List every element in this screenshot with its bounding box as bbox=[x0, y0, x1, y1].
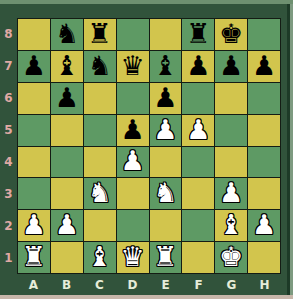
square-e8[interactable] bbox=[150, 19, 182, 50]
square-h5[interactable] bbox=[248, 115, 280, 146]
square-a1[interactable]: ♜ bbox=[18, 242, 50, 273]
square-f1[interactable] bbox=[182, 242, 214, 273]
rank-label-7: 7 bbox=[0, 50, 17, 82]
square-b3[interactable] bbox=[51, 178, 83, 209]
black-pawn-icon: ♟ bbox=[55, 84, 79, 111]
white-pawn-icon: ♟ bbox=[252, 211, 276, 238]
rank-label-6: 6 bbox=[0, 82, 17, 114]
square-a4[interactable] bbox=[18, 147, 50, 178]
white-knight-icon: ♞ bbox=[153, 179, 177, 206]
square-g7[interactable]: ♟ bbox=[215, 51, 247, 82]
frame-top-bevel bbox=[0, 0, 293, 4]
square-h2[interactable]: ♟ bbox=[248, 210, 280, 241]
black-bishop-icon: ♝ bbox=[55, 52, 79, 79]
square-b2[interactable]: ♟ bbox=[51, 210, 83, 241]
file-labels: ABCDEFGH bbox=[17, 274, 281, 295]
white-pawn-icon: ♟ bbox=[120, 147, 144, 174]
square-c2[interactable] bbox=[84, 210, 116, 241]
square-h7[interactable]: ♟ bbox=[248, 51, 280, 82]
white-bishop-icon: ♝ bbox=[219, 211, 243, 238]
square-c7[interactable]: ♞ bbox=[84, 51, 116, 82]
square-h3[interactable] bbox=[248, 178, 280, 209]
square-c8[interactable]: ♜ bbox=[84, 19, 116, 50]
square-a8[interactable] bbox=[18, 19, 50, 50]
white-pawn-icon: ♟ bbox=[219, 179, 243, 206]
white-rook-icon: ♜ bbox=[153, 243, 177, 270]
square-e2[interactable] bbox=[150, 210, 182, 241]
square-a5[interactable] bbox=[18, 115, 50, 146]
square-f3[interactable] bbox=[182, 178, 214, 209]
white-pawn-icon: ♟ bbox=[153, 116, 177, 143]
square-b4[interactable] bbox=[51, 147, 83, 178]
square-f5[interactable]: ♟ bbox=[182, 115, 214, 146]
file-label-f: F bbox=[182, 274, 215, 295]
black-knight-icon: ♞ bbox=[55, 20, 79, 47]
square-h6[interactable] bbox=[248, 83, 280, 114]
square-f4[interactable] bbox=[182, 147, 214, 178]
square-e7[interactable]: ♝ bbox=[150, 51, 182, 82]
black-queen-icon: ♛ bbox=[120, 52, 144, 79]
square-e3[interactable]: ♞ bbox=[150, 178, 182, 209]
white-rook-icon: ♜ bbox=[22, 243, 46, 270]
square-a6[interactable] bbox=[18, 83, 50, 114]
black-pawn-icon: ♟ bbox=[252, 52, 276, 79]
chess-board-frame: 87654321 ♞♜♜♚♟♝♞♛♝♟♟♟♟♟♟♟♟♟♞♞♟♟♟♝♟♜♝♛♜♚ … bbox=[0, 0, 293, 299]
frame-right-bevel-highlight bbox=[290, 4, 293, 299]
square-h1[interactable] bbox=[248, 242, 280, 273]
square-g4[interactable] bbox=[215, 147, 247, 178]
black-rook-icon: ♜ bbox=[88, 20, 112, 47]
rank-labels: 87654321 bbox=[0, 18, 17, 274]
square-f8[interactable]: ♜ bbox=[182, 19, 214, 50]
board: ♞♜♜♚♟♝♞♛♝♟♟♟♟♟♟♟♟♟♞♞♟♟♟♝♟♜♝♛♜♚ bbox=[17, 18, 281, 274]
file-label-h: H bbox=[248, 274, 281, 295]
black-pawn-icon: ♟ bbox=[186, 52, 210, 79]
rank-label-4: 4 bbox=[0, 146, 17, 178]
square-g8[interactable]: ♚ bbox=[215, 19, 247, 50]
square-a7[interactable]: ♟ bbox=[18, 51, 50, 82]
square-g1[interactable]: ♚ bbox=[215, 242, 247, 273]
frame-bottom-bevel bbox=[0, 295, 293, 299]
black-pawn-icon: ♟ bbox=[22, 52, 46, 79]
black-pawn-icon: ♟ bbox=[219, 52, 243, 79]
rank-label-2: 2 bbox=[0, 210, 17, 242]
white-pawn-icon: ♟ bbox=[55, 211, 79, 238]
square-g6[interactable] bbox=[215, 83, 247, 114]
square-b5[interactable] bbox=[51, 115, 83, 146]
white-bishop-icon: ♝ bbox=[88, 243, 112, 270]
square-b8[interactable]: ♞ bbox=[51, 19, 83, 50]
black-knight-icon: ♞ bbox=[88, 52, 112, 79]
black-rook-icon: ♜ bbox=[186, 20, 210, 47]
square-c1[interactable]: ♝ bbox=[84, 242, 116, 273]
file-label-d: D bbox=[116, 274, 149, 295]
square-f7[interactable]: ♟ bbox=[182, 51, 214, 82]
square-d8[interactable] bbox=[117, 19, 149, 50]
square-c4[interactable] bbox=[84, 147, 116, 178]
white-king-icon: ♚ bbox=[219, 243, 243, 270]
square-b6[interactable]: ♟ bbox=[51, 83, 83, 114]
square-d7[interactable]: ♛ bbox=[117, 51, 149, 82]
white-pawn-icon: ♟ bbox=[186, 116, 210, 143]
file-label-b: B bbox=[50, 274, 83, 295]
black-bishop-icon: ♝ bbox=[153, 52, 177, 79]
square-g3[interactable]: ♟ bbox=[215, 178, 247, 209]
square-h4[interactable] bbox=[248, 147, 280, 178]
rank-label-1: 1 bbox=[0, 242, 17, 274]
square-b7[interactable]: ♝ bbox=[51, 51, 83, 82]
white-pawn-icon: ♟ bbox=[22, 211, 46, 238]
square-d3[interactable] bbox=[117, 178, 149, 209]
rank-label-8: 8 bbox=[0, 18, 17, 50]
black-pawn-icon: ♟ bbox=[120, 116, 144, 143]
square-f6[interactable] bbox=[182, 83, 214, 114]
square-e5[interactable]: ♟ bbox=[150, 115, 182, 146]
black-pawn-icon: ♟ bbox=[153, 84, 177, 111]
square-d5[interactable]: ♟ bbox=[117, 115, 149, 146]
white-queen-icon: ♛ bbox=[120, 243, 144, 270]
square-c5[interactable] bbox=[84, 115, 116, 146]
square-g5[interactable] bbox=[215, 115, 247, 146]
square-d4[interactable]: ♟ bbox=[117, 147, 149, 178]
square-d2[interactable] bbox=[117, 210, 149, 241]
square-g2[interactable]: ♝ bbox=[215, 210, 247, 241]
square-c3[interactable]: ♞ bbox=[84, 178, 116, 209]
square-d6[interactable] bbox=[117, 83, 149, 114]
file-label-g: G bbox=[215, 274, 248, 295]
square-a3[interactable] bbox=[18, 178, 50, 209]
black-king-icon: ♚ bbox=[219, 20, 243, 47]
rank-label-3: 3 bbox=[0, 178, 17, 210]
square-b1[interactable] bbox=[51, 242, 83, 273]
square-f2[interactable] bbox=[182, 210, 214, 241]
square-e1[interactable]: ♜ bbox=[150, 242, 182, 273]
white-knight-icon: ♞ bbox=[88, 179, 112, 206]
file-label-c: C bbox=[83, 274, 116, 295]
rank-label-5: 5 bbox=[0, 114, 17, 146]
square-c6[interactable] bbox=[84, 83, 116, 114]
square-d1[interactable]: ♛ bbox=[117, 242, 149, 273]
square-a2[interactable]: ♟ bbox=[18, 210, 50, 241]
square-e6[interactable]: ♟ bbox=[150, 83, 182, 114]
file-label-e: E bbox=[149, 274, 182, 295]
square-h8[interactable] bbox=[248, 19, 280, 50]
file-label-a: A bbox=[17, 274, 50, 295]
square-e4[interactable] bbox=[150, 147, 182, 178]
